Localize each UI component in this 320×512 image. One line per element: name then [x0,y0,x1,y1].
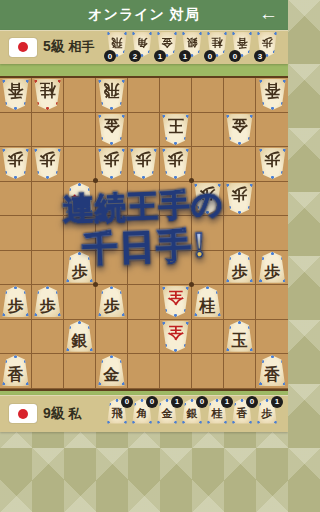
back-arrow-icon[interactable]: ← [259,3,278,25]
board-cell-r3c2[interactable]: 歩 [32,147,64,182]
shogi-piece-金[interactable]: 金 [98,114,125,145]
board-cell-r4c3[interactable]: 龍 [64,182,96,217]
shogi-piece-歩[interactable]: 歩 [226,183,253,214]
hoshi-dot [93,178,98,183]
board-cell-r1c1[interactable]: 香 [0,78,32,113]
captured-count-badge: 1 [179,50,191,62]
board-cell-r7c5[interactable] [128,285,160,320]
board-cell-r4c4[interactable] [96,182,128,217]
board-cell-r3c4[interactable]: 歩 [96,147,128,182]
shogi-piece-金[interactable]: 金 [226,114,253,145]
hand-slot-角[interactable]: 角0 [132,399,157,429]
board-cell-r2c9[interactable] [256,113,288,148]
opponent-rank: 5級 [43,38,65,54]
board-cell-r9c7[interactable] [192,354,224,389]
shogi-piece-桂[interactable]: 桂 [34,79,61,110]
hand-slot-歩[interactable]: 歩3 [257,32,282,62]
board-cell-r4c9[interactable] [256,182,288,217]
board-cell-r8c8[interactable]: 玉 [224,320,256,355]
japan-flag-icon [9,404,37,423]
hand-slot-香[interactable]: 香0 [232,399,257,429]
shogi-piece-歩[interactable]: 歩 [130,148,157,179]
player-rank: 9級 [43,405,65,421]
board-cell-r9c8[interactable] [224,354,256,389]
board-cell-r8c7[interactable] [192,320,224,355]
board-cell-r8c2[interactable] [32,320,64,355]
hoshi-dot [93,282,98,287]
promoted-shogi-piece-龍[interactable]: 龍 [66,183,93,214]
shogi-piece-歩[interactable]: 歩 [98,148,125,179]
page-title: オンライン 対局 [88,6,200,24]
shogi-piece-歩[interactable]: 歩 [194,183,221,214]
hoshi-dot [189,282,194,287]
shogi-piece-歩[interactable]: 歩 [98,286,125,317]
board-cell-r7c7[interactable]: 桂 [192,285,224,320]
shogi-piece-香[interactable]: 香 [259,79,286,110]
player-name: 9級 私 [43,405,81,423]
shogi-piece-桂[interactable]: 桂 [194,286,221,317]
board-cell-r5c2[interactable] [32,216,64,251]
board-cell-r4c6[interactable] [160,182,192,217]
board-cell-r1c2[interactable]: 桂 [32,78,64,113]
board-cell-r3c7[interactable] [192,147,224,182]
shogi-piece-銀[interactable]: 銀 [66,321,93,352]
hand-slot-桂[interactable]: 桂1 [207,399,232,429]
board-cell-r5c9[interactable] [256,216,288,251]
board-cell-r8c6[interactable]: 全 [160,320,192,355]
promoted-shogi-piece-全[interactable]: 全 [162,286,189,317]
hand-slot-飛[interactable]: 飛0 [107,399,132,429]
shogi-piece-歩[interactable]: 歩 [259,148,286,179]
board-cell-r6c1[interactable] [0,251,32,286]
captured-count-badge: 0 [121,396,133,408]
shogi-piece-玉[interactable]: 玉 [226,321,253,352]
board-cell-r4c7[interactable]: 歩 [192,182,224,217]
board-cell-r2c5[interactable] [128,113,160,148]
header-bar: オンライン 対局 ← [0,0,288,30]
board-cell-r3c3[interactable] [64,147,96,182]
hoshi-dot [189,178,194,183]
board-cell-r5c3[interactable] [64,216,96,251]
app-screen: オンライン 対局 ← 5級 相手 飛0角2金1銀1桂0香0歩3 香桂飛香金王金歩… [0,0,288,512]
shogi-piece-歩[interactable]: 歩 [259,252,286,283]
shogi-piece-歩[interactable]: 歩 [34,148,61,179]
board-cell-r2c6[interactable]: 王 [160,113,192,148]
board-cell-r3c9[interactable]: 歩 [256,147,288,182]
captured-count-badge: 0 [246,396,258,408]
captured-count-badge: 0 [229,50,241,62]
board-cell-r2c3[interactable] [64,113,96,148]
board-cell-r6c5[interactable] [128,251,160,286]
japan-flag-icon [9,38,37,57]
board-cell-r1c5[interactable] [128,78,160,113]
board-cell-r1c4[interactable]: 飛 [96,78,128,113]
board-cell-r5c6[interactable] [160,216,192,251]
shogi-piece-香[interactable]: 香 [2,355,29,386]
board-cell-r3c5[interactable]: 歩 [128,147,160,182]
board-cell-r7c6[interactable]: 全 [160,285,192,320]
board-cell-r4c5[interactable] [128,182,160,217]
captured-count-badge: 1 [171,396,183,408]
board-cell-r9c4[interactable]: 金 [96,354,128,389]
board-cell-r9c9[interactable]: 香 [256,354,288,389]
captured-count-badge: 0 [146,396,158,408]
board-cell-r5c1[interactable] [0,216,32,251]
shogi-board: 香桂飛香金王金歩歩歩歩歩歩龍歩歩歩歩歩歩歩歩全桂銀全玉香金香 [0,76,288,391]
shogi-piece-金[interactable]: 金 [98,355,125,386]
board-cell-r2c4[interactable]: 金 [96,113,128,148]
shogi-piece-歩[interactable]: 歩 [2,148,29,179]
board-cell-r9c2[interactable] [32,354,64,389]
board-cell-r9c1[interactable]: 香 [0,354,32,389]
board-cell-r6c6[interactable] [160,251,192,286]
background-strip-top [0,64,288,76]
board-cell-r9c6[interactable] [160,354,192,389]
player-tray: 9級 私 飛0角0金1銀0桂1香0歩1 [0,395,288,432]
board-cell-r1c3[interactable] [64,78,96,113]
board-cell-r7c3[interactable] [64,285,96,320]
board-cell-r6c2[interactable] [32,251,64,286]
board-cell-r8c4[interactable] [96,320,128,355]
captured-count-badge: 2 [129,50,141,62]
shogi-piece-歩[interactable]: 歩 [66,252,93,283]
board-cell-r6c9[interactable]: 歩 [256,251,288,286]
board-cell-r5c8[interactable] [224,216,256,251]
board-cell-r8c3[interactable]: 銀 [64,320,96,355]
hand-slot-歩[interactable]: 歩1 [257,399,282,429]
shogi-piece-歩[interactable]: 歩 [162,148,189,179]
board-cell-r5c4[interactable] [96,216,128,251]
captured-count-badge: 1 [154,50,166,62]
board-cell-r3c8[interactable] [224,147,256,182]
board-cell-r9c3[interactable] [64,354,96,389]
board-cell-r6c7[interactable] [192,251,224,286]
shogi-piece-歩[interactable]: 歩 [34,286,61,317]
board-cell-r1c9[interactable]: 香 [256,78,288,113]
captured-count-badge: 0 [196,396,208,408]
board-cell-r1c6[interactable] [160,78,192,113]
player-label: 私 [68,406,81,421]
board-cell-r7c2[interactable]: 歩 [32,285,64,320]
board-cell-r7c9[interactable] [256,285,288,320]
opponent-label: 相手 [68,39,94,54]
board-cell-r4c1[interactable] [0,182,32,217]
player-captured-pieces: 飛0角0金1銀0桂1香0歩1 [107,399,282,429]
opponent-name: 5級 相手 [43,38,94,56]
board-cell-r7c1[interactable]: 歩 [0,285,32,320]
board-cell-r6c4[interactable] [96,251,128,286]
board-cell-r2c2[interactable] [32,113,64,148]
captured-count-badge: 1 [221,396,233,408]
board-cell-r6c8[interactable]: 歩 [224,251,256,286]
opponent-tray: 5級 相手 飛0角2金1銀1桂0香0歩3 [0,30,288,64]
board-cell-r7c4[interactable]: 歩 [96,285,128,320]
board-cell-r2c7[interactable] [192,113,224,148]
shogi-piece-香[interactable]: 香 [259,355,286,386]
board-cell-r1c8[interactable] [224,78,256,113]
shogi-piece-飛[interactable]: 飛 [98,79,125,110]
board-cell-r2c8[interactable]: 金 [224,113,256,148]
board-cell-r2c1[interactable] [0,113,32,148]
shogi-piece-歩[interactable]: 歩 [226,252,253,283]
board-cell-r8c9[interactable] [256,320,288,355]
board-cell-r7c8[interactable] [224,285,256,320]
captured-count-badge: 0 [204,50,216,62]
board-cell-r1c7[interactable] [192,78,224,113]
board-cell-r4c2[interactable] [32,182,64,217]
board-cell-r9c5[interactable] [128,354,160,389]
board-cell-r8c1[interactable] [0,320,32,355]
shogi-piece-歩[interactable]: 歩 [2,286,29,317]
captured-count-badge: 1 [271,396,283,408]
promoted-shogi-piece-全[interactable]: 全 [162,321,189,352]
board-cell-r4c8[interactable]: 歩 [224,182,256,217]
shogi-piece-香[interactable]: 香 [2,79,29,110]
shogi-piece-王[interactable]: 王 [162,114,189,145]
hand-slot-銀[interactable]: 銀0 [182,399,207,429]
flag-sun [18,42,28,52]
board-cell-r5c5[interactable] [128,216,160,251]
hand-slot-金[interactable]: 金1 [157,399,182,429]
board-cell-r3c1[interactable]: 歩 [0,147,32,182]
flag-sun [18,409,28,419]
captured-count-badge: 3 [254,50,266,62]
board-cell-r5c7[interactable] [192,216,224,251]
board-cell-r6c3[interactable]: 歩 [64,251,96,286]
board-cell-r8c5[interactable] [128,320,160,355]
captured-count-badge: 0 [104,50,116,62]
board-cell-r3c6[interactable]: 歩 [160,147,192,182]
opponent-captured-pieces: 飛0角2金1銀1桂0香0歩3 [107,32,282,62]
